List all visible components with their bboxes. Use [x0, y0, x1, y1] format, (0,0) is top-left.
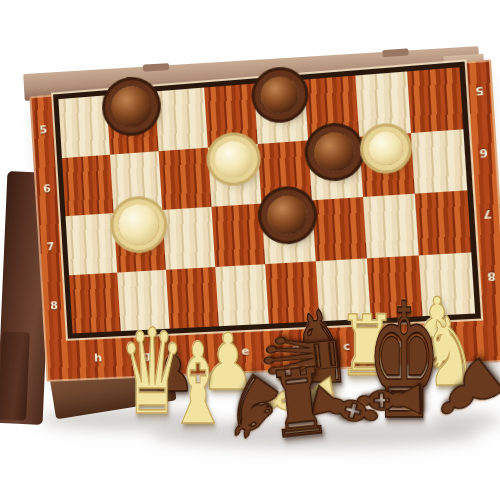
rank-label-right-5: 5	[475, 83, 484, 97]
square-e5	[204, 84, 258, 148]
square-h5	[58, 95, 110, 157]
square-h6	[62, 154, 114, 216]
square-h7	[65, 213, 117, 275]
square-f6	[159, 147, 212, 210]
rank-label-left-7: 7	[46, 240, 54, 253]
scene: hgfedcba56785678 ♛♝♟♝♜♟♞♞♛♚♜♞♝♝♟♟	[0, 0, 500, 500]
square-c7	[312, 197, 367, 261]
square-b5	[355, 71, 411, 136]
rank-label-left-5: 5	[39, 123, 47, 137]
square-a6	[411, 129, 467, 194]
square-e7	[211, 204, 265, 267]
black-rook-upright[interactable]: ♜	[263, 355, 334, 453]
rank-label-left-8: 8	[50, 298, 58, 311]
box-latch	[0, 331, 30, 420]
square-b7	[363, 194, 419, 258]
hinge-notch	[143, 63, 169, 72]
square-f7	[162, 207, 215, 270]
square-g6	[110, 151, 162, 213]
rank-label-right-6: 6	[479, 145, 488, 159]
square-d6	[258, 140, 312, 204]
rank-label-right-8: 8	[487, 268, 496, 282]
rank-label-left-6: 6	[43, 181, 51, 195]
rank-label-right-7: 7	[483, 206, 492, 220]
file-label-h: h	[94, 351, 103, 364]
hinge-notch	[382, 48, 408, 57]
square-f5	[155, 88, 208, 151]
square-a7	[415, 190, 471, 255]
square-a5	[407, 67, 463, 132]
square-h8	[69, 272, 121, 333]
square-c5	[304, 76, 359, 140]
